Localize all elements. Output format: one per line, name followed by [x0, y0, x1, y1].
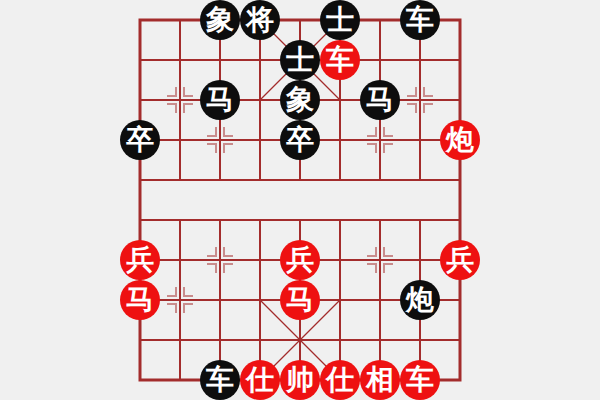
piece-black-chariot[interactable]: 车: [200, 360, 240, 400]
piece-red-advisor[interactable]: 仕: [240, 360, 280, 400]
piece-black-soldier[interactable]: 卒: [120, 120, 160, 160]
piece-red-horse[interactable]: 马: [280, 280, 320, 320]
piece-red-chariot[interactable]: 车: [400, 360, 440, 400]
piece-red-soldier[interactable]: 兵: [120, 240, 160, 280]
piece-black-chariot[interactable]: 车: [400, 0, 440, 40]
piece-red-cannon[interactable]: 炮: [440, 120, 480, 160]
piece-red-elephant[interactable]: 相: [360, 360, 400, 400]
piece-black-soldier[interactable]: 卒: [280, 120, 320, 160]
pieces-layer[interactable]: 象将士车士车马象马卒卒炮兵兵兵马马炮车仕帅仕相车: [120, 0, 480, 400]
piece-black-elephant[interactable]: 象: [280, 80, 320, 120]
piece-black-horse[interactable]: 马: [200, 80, 240, 120]
piece-red-chariot[interactable]: 车: [320, 40, 360, 80]
piece-black-elephant[interactable]: 象: [200, 0, 240, 40]
piece-black-horse[interactable]: 马: [360, 80, 400, 120]
piece-black-advisor[interactable]: 士: [280, 40, 320, 80]
piece-red-soldier[interactable]: 兵: [280, 240, 320, 280]
piece-red-advisor[interactable]: 仕: [320, 360, 360, 400]
xiangqi-app: 象将士车士车马象马卒卒炮兵兵兵马马炮车仕帅仕相车: [0, 0, 600, 400]
piece-red-horse[interactable]: 马: [120, 280, 160, 320]
piece-black-general[interactable]: 将: [240, 0, 280, 40]
piece-red-general[interactable]: 帅: [280, 360, 320, 400]
piece-red-soldier[interactable]: 兵: [440, 240, 480, 280]
piece-black-cannon[interactable]: 炮: [400, 280, 440, 320]
piece-black-advisor[interactable]: 士: [320, 0, 360, 40]
